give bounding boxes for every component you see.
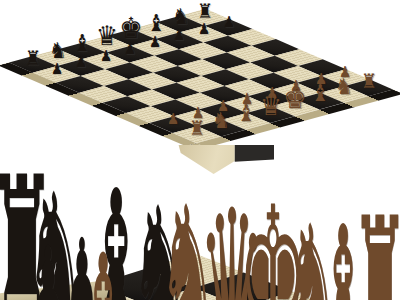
closeup-black-p-piece: ♟	[29, 232, 66, 300]
white-b-piece: ♝	[310, 82, 329, 105]
black-k-piece: ♚	[120, 14, 143, 43]
black-p-piece: ♟	[75, 55, 87, 70]
black-p-piece: ♟	[100, 49, 112, 64]
black-q-piece: ♛	[96, 22, 118, 49]
white-q-piece: ♛	[260, 92, 282, 119]
white-n-piece: ♞	[335, 76, 353, 98]
white-n-piece: ♞	[213, 110, 231, 132]
black-p-piece: ♟	[50, 62, 62, 77]
white-k-piece: ♚	[283, 84, 306, 113]
black-n-piece: ♞	[172, 6, 190, 28]
black-n-piece: ♞	[49, 40, 67, 62]
closeup-white-r-piece: ♜	[351, 195, 400, 300]
black-p-piece: ♟	[124, 42, 136, 57]
chess-set-render: ♜♞♝♟♟♞♝♞♛♚♞♝♜ ♜♞♟♝♟♚♟♛♟♝♟♞♟♜♟♟♟♟♜♟♞♟♝♟♚♟…	[0, 0, 400, 300]
white-r-piece: ♜	[361, 71, 377, 91]
black-p-piece: ♟	[149, 35, 161, 50]
white-r-piece: ♜	[189, 118, 205, 138]
closeup-white-b-piece: ♝	[77, 234, 128, 300]
black-p-piece: ♟	[222, 15, 234, 30]
black-r-piece: ♜	[197, 1, 213, 21]
black-p-piece: ♟	[173, 28, 185, 43]
white-b-piece: ♝	[237, 102, 256, 125]
white-p-piece: ♟	[167, 112, 179, 127]
black-p-piece: ♟	[198, 22, 210, 37]
black-r-piece: ♜	[25, 48, 41, 68]
black-b-piece: ♝	[73, 32, 92, 55]
black-b-piece: ♝	[147, 12, 166, 35]
board-underside-corner	[168, 145, 274, 174]
